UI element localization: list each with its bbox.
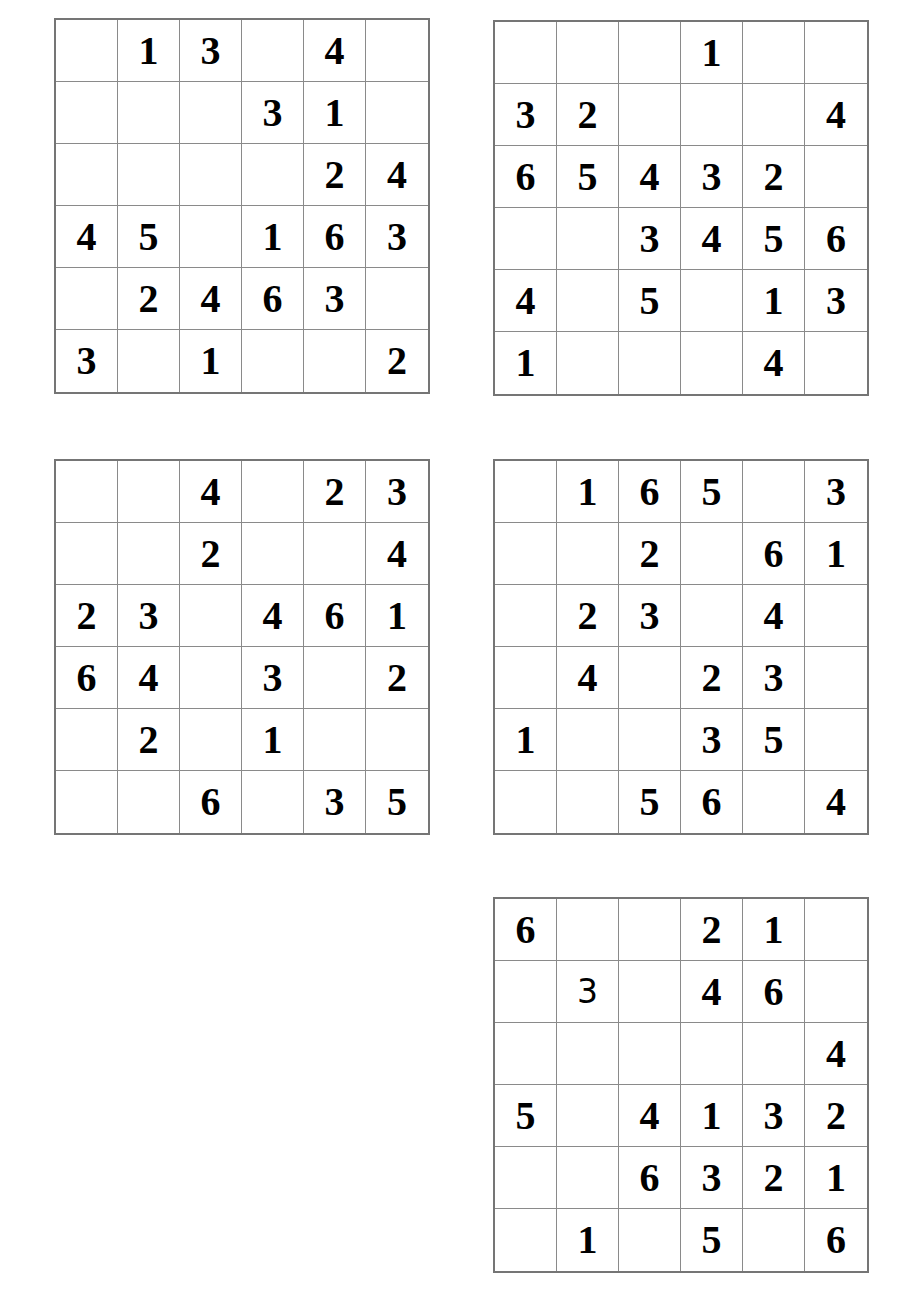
board4-cell-r5c2[interactable] (557, 709, 619, 771)
board1-cell-r5c2[interactable]: 2 (118, 268, 180, 330)
board1-cell-r4c3[interactable] (180, 206, 242, 268)
board4-cell-r3c4[interactable] (681, 585, 743, 647)
board5-cell-r2c4[interactable]: 4 (681, 961, 743, 1023)
board5-cell-r6c2[interactable]: 1 (557, 1209, 619, 1271)
board2-cell-r4c4[interactable]: 4 (681, 208, 743, 270)
board2-cell-r3c1[interactable]: 6 (495, 146, 557, 208)
board5-cell-r2c3[interactable] (619, 961, 681, 1023)
board4-cell-r6c5[interactable] (743, 771, 805, 833)
board5-cell-r1c5[interactable]: 1 (743, 899, 805, 961)
board1-cell-r1c1[interactable] (56, 20, 118, 82)
board4-cell-r3c3[interactable]: 3 (619, 585, 681, 647)
board2-cell-r5c2[interactable] (557, 270, 619, 332)
board5-cell-r1c4[interactable]: 2 (681, 899, 743, 961)
board2-cell-r4c3[interactable]: 3 (619, 208, 681, 270)
board4-cell-r6c6[interactable]: 4 (805, 771, 867, 833)
board1-cell-r3c4[interactable] (242, 144, 304, 206)
board3-cell-r5c1[interactable] (56, 709, 118, 771)
board1-cell-r1c5[interactable]: 4 (304, 20, 366, 82)
board3-cell-r3c2[interactable]: 3 (118, 585, 180, 647)
board1-cell-r4c5[interactable]: 6 (304, 206, 366, 268)
board1-cell-r3c6[interactable]: 4 (366, 144, 428, 206)
board2-cell-r1c5[interactable] (743, 22, 805, 84)
board4-cell-r1c2[interactable]: 1 (557, 461, 619, 523)
board2-cell-r2c1[interactable]: 3 (495, 84, 557, 146)
board2-cell-r3c6[interactable] (805, 146, 867, 208)
board3-cell-r6c1[interactable] (56, 771, 118, 833)
board2-cell-r1c1[interactable] (495, 22, 557, 84)
board1-cell-r6c3[interactable]: 1 (180, 330, 242, 392)
board3-cell-r2c6[interactable]: 4 (366, 523, 428, 585)
board4-cell-r2c5[interactable]: 6 (743, 523, 805, 585)
board1-cell-r6c4[interactable] (242, 330, 304, 392)
board1-cell-r2c4[interactable]: 3 (242, 82, 304, 144)
board1-cell-r5c6[interactable] (366, 268, 428, 330)
board4-cell-r1c6[interactable]: 3 (805, 461, 867, 523)
board2-cell-r4c5[interactable]: 5 (743, 208, 805, 270)
board1-cell-r5c3[interactable]: 4 (180, 268, 242, 330)
board3-cell-r5c3[interactable] (180, 709, 242, 771)
board5-cell-r6c3[interactable] (619, 1209, 681, 1271)
board2-cell-r2c5[interactable] (743, 84, 805, 146)
board1-cell-r1c2[interactable]: 1 (118, 20, 180, 82)
sudoku-board-5: 6213464541326321156 (493, 897, 869, 1273)
board2-cell-r3c2[interactable]: 5 (557, 146, 619, 208)
board4-cell-r2c4[interactable] (681, 523, 743, 585)
board3-cell-r4c1[interactable]: 6 (56, 647, 118, 709)
board1-cell-r3c3[interactable] (180, 144, 242, 206)
board4-cell-r4c3[interactable] (619, 647, 681, 709)
sudoku-board-1: 1343124451632463312 (54, 18, 430, 394)
board2-cell-r6c5[interactable]: 4 (743, 332, 805, 394)
board2-cell-r3c5[interactable]: 2 (743, 146, 805, 208)
board1-cell-r2c5[interactable]: 1 (304, 82, 366, 144)
board5-cell-r4c2[interactable] (557, 1085, 619, 1147)
board2-cell-r1c6[interactable] (805, 22, 867, 84)
board4-cell-r1c5[interactable] (743, 461, 805, 523)
board4-cell-r5c1[interactable]: 1 (495, 709, 557, 771)
sudoku-board-2: 1324654323456451314 (493, 20, 869, 396)
board4-cell-r6c3[interactable]: 5 (619, 771, 681, 833)
board3-cell-r1c2[interactable] (118, 461, 180, 523)
board4-cell-r3c6[interactable] (805, 585, 867, 647)
board2-cell-r2c6[interactable]: 4 (805, 84, 867, 146)
board3-cell-r6c6[interactable]: 5 (366, 771, 428, 833)
board5-cell-r6c1[interactable] (495, 1209, 557, 1271)
board5-cell-r4c3[interactable]: 4 (619, 1085, 681, 1147)
board3-cell-r2c3[interactable]: 2 (180, 523, 242, 585)
board1-cell-r3c5[interactable]: 2 (304, 144, 366, 206)
board2-cell-r6c6[interactable] (805, 332, 867, 394)
board3-cell-r3c3[interactable] (180, 585, 242, 647)
board3-cell-r4c3[interactable] (180, 647, 242, 709)
board5-cell-r6c6[interactable]: 6 (805, 1209, 867, 1271)
board3-cell-r5c6[interactable] (366, 709, 428, 771)
board2-cell-r5c4[interactable] (681, 270, 743, 332)
board5-cell-r4c6[interactable]: 2 (805, 1085, 867, 1147)
board5-cell-r2c2[interactable]: 3 (557, 961, 619, 1023)
board4-cell-r2c6[interactable]: 1 (805, 523, 867, 585)
board4-cell-r6c1[interactable] (495, 771, 557, 833)
board5-cell-r5c5[interactable]: 2 (743, 1147, 805, 1209)
board5-cell-r2c1[interactable] (495, 961, 557, 1023)
board1-cell-r4c2[interactable]: 5 (118, 206, 180, 268)
board1-cell-r6c1[interactable]: 3 (56, 330, 118, 392)
sudoku-board-4: 1653261234423135564 (493, 459, 869, 835)
board4-cell-r1c1[interactable] (495, 461, 557, 523)
board5-cell-r1c3[interactable] (619, 899, 681, 961)
board5-cell-r5c3[interactable]: 6 (619, 1147, 681, 1209)
board3-cell-r3c6[interactable]: 1 (366, 585, 428, 647)
board3-cell-r5c5[interactable] (304, 709, 366, 771)
board1-cell-r4c6[interactable]: 3 (366, 206, 428, 268)
board4-cell-r3c2[interactable]: 2 (557, 585, 619, 647)
board2-cell-r6c4[interactable] (681, 332, 743, 394)
board4-cell-r2c2[interactable] (557, 523, 619, 585)
board2-cell-r6c1[interactable]: 1 (495, 332, 557, 394)
board2-cell-r5c5[interactable]: 1 (743, 270, 805, 332)
board2-cell-r4c6[interactable]: 6 (805, 208, 867, 270)
board2-cell-r3c4[interactable]: 3 (681, 146, 743, 208)
board3-cell-r1c6[interactable]: 3 (366, 461, 428, 523)
board4-cell-r4c4[interactable]: 2 (681, 647, 743, 709)
board5-cell-r6c4[interactable]: 5 (681, 1209, 743, 1271)
board5-cell-r5c1[interactable] (495, 1147, 557, 1209)
board1-cell-r5c5[interactable]: 3 (304, 268, 366, 330)
board2-cell-r1c3[interactable] (619, 22, 681, 84)
board3-cell-r6c5[interactable]: 3 (304, 771, 366, 833)
board3-cell-r5c2[interactable]: 2 (118, 709, 180, 771)
board5-cell-r2c6[interactable] (805, 961, 867, 1023)
board3-cell-r1c4[interactable] (242, 461, 304, 523)
board4-cell-r5c3[interactable] (619, 709, 681, 771)
board3-cell-r6c3[interactable]: 6 (180, 771, 242, 833)
board3-cell-r1c5[interactable]: 2 (304, 461, 366, 523)
board1-cell-r6c2[interactable] (118, 330, 180, 392)
board3-cell-r1c3[interactable]: 4 (180, 461, 242, 523)
board1-cell-r2c1[interactable] (56, 82, 118, 144)
board1-cell-r3c2[interactable] (118, 144, 180, 206)
board1-cell-r1c4[interactable] (242, 20, 304, 82)
board4-cell-r3c5[interactable]: 4 (743, 585, 805, 647)
board3-cell-r4c2[interactable]: 4 (118, 647, 180, 709)
board1-cell-r2c3[interactable] (180, 82, 242, 144)
board2-cell-r1c4[interactable]: 1 (681, 22, 743, 84)
board4-cell-r4c5[interactable]: 3 (743, 647, 805, 709)
board5-cell-r1c2[interactable] (557, 899, 619, 961)
puzzle-sheet: { "game": "sudoku-6x6 (five puzzle grids… (0, 0, 920, 1301)
board3-cell-r3c4[interactable]: 4 (242, 585, 304, 647)
board3-cell-r4c6[interactable]: 2 (366, 647, 428, 709)
board5-cell-r4c4[interactable]: 1 (681, 1085, 743, 1147)
board2-cell-r5c3[interactable]: 5 (619, 270, 681, 332)
board5-cell-r6c5[interactable] (743, 1209, 805, 1271)
board5-cell-r2c5[interactable]: 6 (743, 961, 805, 1023)
board5-cell-r3c6[interactable]: 4 (805, 1023, 867, 1085)
board5-cell-r4c5[interactable]: 3 (743, 1085, 805, 1147)
sudoku-board-3: 4232423461643221635 (54, 459, 430, 835)
board4-cell-r6c2[interactable] (557, 771, 619, 833)
board3-cell-r3c1[interactable]: 2 (56, 585, 118, 647)
board2-cell-r4c1[interactable] (495, 208, 557, 270)
board5-cell-r5c6[interactable]: 1 (805, 1147, 867, 1209)
board2-cell-r2c2[interactable]: 2 (557, 84, 619, 146)
board4-cell-r5c6[interactable] (805, 709, 867, 771)
board4-cell-r1c3[interactable]: 6 (619, 461, 681, 523)
board1-cell-r6c5[interactable] (304, 330, 366, 392)
board1-cell-r5c1[interactable] (56, 268, 118, 330)
board3-cell-r4c4[interactable]: 3 (242, 647, 304, 709)
board5-cell-r3c5[interactable] (743, 1023, 805, 1085)
board5-cell-r3c2[interactable] (557, 1023, 619, 1085)
board1-cell-r5c4[interactable]: 6 (242, 268, 304, 330)
board2-cell-r6c2[interactable] (557, 332, 619, 394)
board3-cell-r2c1[interactable] (56, 523, 118, 585)
board2-cell-r3c3[interactable]: 4 (619, 146, 681, 208)
board5-cell-r5c4[interactable]: 3 (681, 1147, 743, 1209)
board1-cell-r6c6[interactable]: 2 (366, 330, 428, 392)
board4-cell-r4c1[interactable] (495, 647, 557, 709)
board4-cell-r2c3[interactable]: 2 (619, 523, 681, 585)
board5-cell-r4c1[interactable]: 5 (495, 1085, 557, 1147)
board4-cell-r2c1[interactable] (495, 523, 557, 585)
board1-cell-r3c1[interactable] (56, 144, 118, 206)
board5-cell-r3c1[interactable] (495, 1023, 557, 1085)
board4-cell-r3c1[interactable] (495, 585, 557, 647)
board4-cell-r5c4[interactable]: 3 (681, 709, 743, 771)
board3-cell-r4c5[interactable] (304, 647, 366, 709)
board4-cell-r6c4[interactable]: 6 (681, 771, 743, 833)
board3-cell-r1c1[interactable] (56, 461, 118, 523)
board4-cell-r4c6[interactable] (805, 647, 867, 709)
board3-cell-r2c5[interactable] (304, 523, 366, 585)
board4-cell-r4c2[interactable]: 4 (557, 647, 619, 709)
board2-cell-r6c3[interactable] (619, 332, 681, 394)
board3-cell-r6c2[interactable] (118, 771, 180, 833)
board2-cell-r5c1[interactable]: 4 (495, 270, 557, 332)
board1-cell-r2c2[interactable] (118, 82, 180, 144)
board1-cell-r2c6[interactable] (366, 82, 428, 144)
board3-cell-r2c4[interactable] (242, 523, 304, 585)
board5-cell-r3c4[interactable] (681, 1023, 743, 1085)
board3-cell-r5c4[interactable]: 1 (242, 709, 304, 771)
board5-cell-r1c6[interactable] (805, 899, 867, 961)
board1-cell-r4c1[interactable]: 4 (56, 206, 118, 268)
board1-cell-r1c3[interactable]: 3 (180, 20, 242, 82)
board5-cell-r5c2[interactable] (557, 1147, 619, 1209)
board2-cell-r2c3[interactable] (619, 84, 681, 146)
board2-cell-r2c4[interactable] (681, 84, 743, 146)
board3-cell-r2c2[interactable] (118, 523, 180, 585)
board1-cell-r4c4[interactable]: 1 (242, 206, 304, 268)
board5-cell-r1c1[interactable]: 6 (495, 899, 557, 961)
board3-cell-r6c4[interactable] (242, 771, 304, 833)
board2-cell-r5c6[interactable]: 3 (805, 270, 867, 332)
board4-cell-r1c4[interactable]: 5 (681, 461, 743, 523)
board3-cell-r3c5[interactable]: 6 (304, 585, 366, 647)
board2-cell-r1c2[interactable] (557, 22, 619, 84)
board2-cell-r4c2[interactable] (557, 208, 619, 270)
board1-cell-r1c6[interactable] (366, 20, 428, 82)
board5-cell-r3c3[interactable] (619, 1023, 681, 1085)
board4-cell-r5c5[interactable]: 5 (743, 709, 805, 771)
